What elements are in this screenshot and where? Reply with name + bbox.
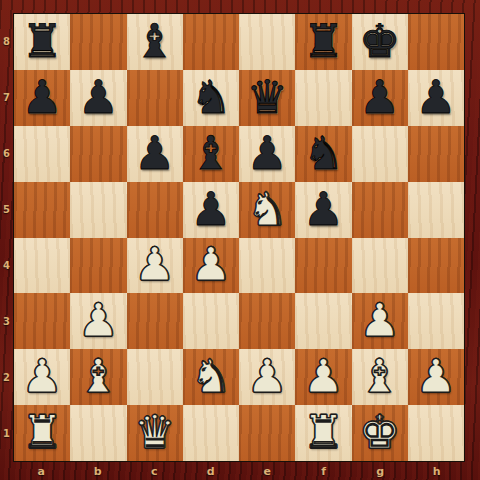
file-coordinates: abcdefgh bbox=[13, 462, 465, 480]
white-king-g1: ♚ bbox=[359, 409, 400, 455]
rank-label-3: 3 bbox=[0, 294, 13, 350]
rank-label-8: 8 bbox=[0, 13, 13, 69]
square-h1[interactable] bbox=[408, 405, 464, 461]
file-label-a: a bbox=[13, 462, 70, 480]
rank-coordinates: 87654321 bbox=[0, 13, 13, 462]
square-c8[interactable]: ♝ bbox=[127, 14, 183, 70]
square-c1[interactable]: ♛ bbox=[127, 405, 183, 461]
file-label-e: e bbox=[239, 462, 296, 480]
square-f3[interactable] bbox=[295, 293, 351, 349]
square-g2[interactable]: ♝ bbox=[352, 349, 408, 405]
rank-label-4: 4 bbox=[0, 238, 13, 294]
black-pawn-h7: ♟ bbox=[415, 74, 456, 120]
black-king-g8: ♚ bbox=[359, 18, 400, 64]
black-knight-f6: ♞ bbox=[303, 130, 344, 176]
square-d7[interactable]: ♞ bbox=[183, 70, 239, 126]
square-h5[interactable] bbox=[408, 182, 464, 238]
square-a5[interactable] bbox=[14, 182, 70, 238]
rank-label-1: 1 bbox=[0, 406, 13, 462]
square-c4[interactable]: ♟ bbox=[127, 238, 183, 294]
square-f2[interactable]: ♟ bbox=[295, 349, 351, 405]
white-pawn-a2: ♟ bbox=[22, 353, 63, 399]
white-pawn-e2: ♟ bbox=[247, 353, 288, 399]
square-h4[interactable] bbox=[408, 238, 464, 294]
square-h2[interactable]: ♟ bbox=[408, 349, 464, 405]
square-d6[interactable]: ♝ bbox=[183, 126, 239, 182]
square-c2[interactable] bbox=[127, 349, 183, 405]
file-label-f: f bbox=[296, 462, 353, 480]
square-a6[interactable] bbox=[14, 126, 70, 182]
square-a4[interactable] bbox=[14, 238, 70, 294]
square-c5[interactable] bbox=[127, 182, 183, 238]
black-rook-a8: ♜ bbox=[22, 18, 63, 64]
black-pawn-f5: ♟ bbox=[303, 186, 344, 232]
square-g6[interactable] bbox=[352, 126, 408, 182]
white-rook-f1: ♜ bbox=[303, 409, 344, 455]
square-f5[interactable]: ♟ bbox=[295, 182, 351, 238]
square-g5[interactable] bbox=[352, 182, 408, 238]
black-pawn-d5: ♟ bbox=[190, 186, 231, 232]
square-b3[interactable]: ♟ bbox=[70, 293, 126, 349]
square-b6[interactable] bbox=[70, 126, 126, 182]
square-e5[interactable]: ♞ bbox=[239, 182, 295, 238]
square-d8[interactable] bbox=[183, 14, 239, 70]
chess-board: ♜♝♜♚♟♟♞♛♟♟♟♝♟♞♟♞♟♟♟♟♟♟♝♞♟♟♝♟♜♛♜♚ bbox=[13, 13, 465, 462]
black-rook-f8: ♜ bbox=[303, 18, 344, 64]
black-pawn-e6: ♟ bbox=[247, 130, 288, 176]
file-label-h: h bbox=[409, 462, 466, 480]
square-d3[interactable] bbox=[183, 293, 239, 349]
black-pawn-g7: ♟ bbox=[359, 74, 400, 120]
square-a1[interactable]: ♜ bbox=[14, 405, 70, 461]
file-label-d: d bbox=[183, 462, 240, 480]
square-a2[interactable]: ♟ bbox=[14, 349, 70, 405]
square-a3[interactable] bbox=[14, 293, 70, 349]
square-d5[interactable]: ♟ bbox=[183, 182, 239, 238]
file-label-b: b bbox=[70, 462, 127, 480]
square-e4[interactable] bbox=[239, 238, 295, 294]
square-b8[interactable] bbox=[70, 14, 126, 70]
square-b4[interactable] bbox=[70, 238, 126, 294]
square-h6[interactable] bbox=[408, 126, 464, 182]
white-pawn-b3: ♟ bbox=[78, 297, 119, 343]
square-d2[interactable]: ♞ bbox=[183, 349, 239, 405]
square-c3[interactable] bbox=[127, 293, 183, 349]
white-pawn-g3: ♟ bbox=[359, 297, 400, 343]
square-e7[interactable]: ♛ bbox=[239, 70, 295, 126]
file-label-c: c bbox=[126, 462, 183, 480]
white-pawn-h2: ♟ bbox=[415, 353, 456, 399]
square-e8[interactable] bbox=[239, 14, 295, 70]
white-pawn-d4: ♟ bbox=[190, 241, 231, 287]
square-e3[interactable] bbox=[239, 293, 295, 349]
black-bishop-c8: ♝ bbox=[134, 18, 175, 64]
black-pawn-b7: ♟ bbox=[78, 74, 119, 120]
square-c6[interactable]: ♟ bbox=[127, 126, 183, 182]
file-label-g: g bbox=[352, 462, 409, 480]
white-pawn-f2: ♟ bbox=[303, 353, 344, 399]
square-d1[interactable] bbox=[183, 405, 239, 461]
square-g1[interactable]: ♚ bbox=[352, 405, 408, 461]
square-f8[interactable]: ♜ bbox=[295, 14, 351, 70]
rank-label-7: 7 bbox=[0, 69, 13, 125]
square-d4[interactable]: ♟ bbox=[183, 238, 239, 294]
square-b7[interactable]: ♟ bbox=[70, 70, 126, 126]
white-bishop-b2: ♝ bbox=[78, 353, 119, 399]
white-knight-d2: ♞ bbox=[190, 353, 231, 399]
square-g3[interactable]: ♟ bbox=[352, 293, 408, 349]
square-a7[interactable]: ♟ bbox=[14, 70, 70, 126]
white-rook-a1: ♜ bbox=[22, 409, 63, 455]
square-h3[interactable] bbox=[408, 293, 464, 349]
white-knight-e5: ♞ bbox=[247, 186, 288, 232]
rank-label-6: 6 bbox=[0, 125, 13, 181]
white-bishop-g2: ♝ bbox=[359, 353, 400, 399]
black-bishop-d6: ♝ bbox=[190, 130, 231, 176]
square-h8[interactable] bbox=[408, 14, 464, 70]
black-knight-d7: ♞ bbox=[190, 74, 231, 120]
square-e1[interactable] bbox=[239, 405, 295, 461]
square-h7[interactable]: ♟ bbox=[408, 70, 464, 126]
black-queen-e7: ♛ bbox=[247, 74, 288, 120]
square-f4[interactable] bbox=[295, 238, 351, 294]
square-f1[interactable]: ♜ bbox=[295, 405, 351, 461]
square-e6[interactable]: ♟ bbox=[239, 126, 295, 182]
square-f6[interactable]: ♞ bbox=[295, 126, 351, 182]
black-pawn-c6: ♟ bbox=[134, 130, 175, 176]
black-pawn-a7: ♟ bbox=[22, 74, 63, 120]
square-g7[interactable]: ♟ bbox=[352, 70, 408, 126]
square-a8[interactable]: ♜ bbox=[14, 14, 70, 70]
square-b2[interactable]: ♝ bbox=[70, 349, 126, 405]
square-c7[interactable] bbox=[127, 70, 183, 126]
white-pawn-c4: ♟ bbox=[134, 241, 175, 287]
square-f7[interactable] bbox=[295, 70, 351, 126]
rank-label-2: 2 bbox=[0, 350, 13, 406]
square-g8[interactable]: ♚ bbox=[352, 14, 408, 70]
square-b5[interactable] bbox=[70, 182, 126, 238]
rank-label-5: 5 bbox=[0, 181, 13, 237]
square-e2[interactable]: ♟ bbox=[239, 349, 295, 405]
square-g4[interactable] bbox=[352, 238, 408, 294]
chess-board-frame: ♜♝♜♚♟♟♞♛♟♟♟♝♟♞♟♞♟♟♟♟♟♟♝♞♟♟♝♟♜♛♜♚ 8765432… bbox=[0, 0, 480, 480]
white-queen-c1: ♛ bbox=[134, 409, 175, 455]
square-b1[interactable] bbox=[70, 405, 126, 461]
